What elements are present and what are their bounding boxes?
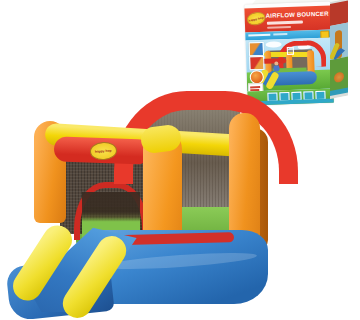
box-main-artwork — [246, 38, 334, 92]
front-rail-red-tube: happy hop — [54, 136, 151, 164]
brand-logo-patch: happy hop — [89, 141, 117, 161]
box-header-band: happy hop AIRFLOW BOUNCER — [244, 6, 331, 33]
box-side-panel — [330, 0, 348, 99]
warning-text — [250, 86, 260, 88]
box-thumbnail-2 — [249, 56, 264, 71]
box-subtitle-text — [267, 20, 303, 24]
product-photo: happy hop AIRFLOW BOUNCER — [0, 0, 360, 320]
base-highlight — [104, 250, 258, 272]
brand-logo-text: happy hop — [249, 16, 264, 22]
box-front-panel: happy hop AIRFLOW BOUNCER — [244, 2, 333, 106]
box-thumbnail-1 — [249, 42, 264, 57]
brand-logo: happy hop — [246, 10, 267, 27]
mini-hoop — [287, 47, 294, 55]
child-figure-body — [273, 65, 279, 71]
box-title: AIRFLOW BOUNCER — [266, 11, 330, 19]
box-subtitle-text-2 — [267, 26, 291, 29]
strip-text-2 — [273, 33, 287, 35]
box-product-image — [262, 40, 326, 90]
brand-logo-patch-text: happy hop — [95, 149, 112, 153]
strip-text — [248, 34, 270, 37]
side-shading — [330, 0, 348, 99]
